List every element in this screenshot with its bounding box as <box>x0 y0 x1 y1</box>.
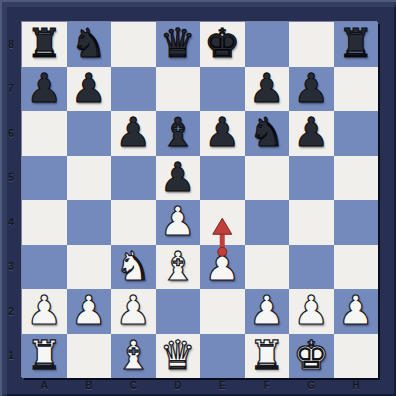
file-label-c: C <box>111 378 156 396</box>
square-f4[interactable] <box>245 200 290 245</box>
file-label-e: E <box>200 378 245 396</box>
square-h7[interactable] <box>334 67 379 112</box>
square-e3[interactable]: ♟ <box>200 245 245 290</box>
square-e1[interactable] <box>200 334 245 379</box>
square-b1[interactable] <box>67 334 112 379</box>
square-c3[interactable]: ♞ <box>111 245 156 290</box>
piece-white-rook[interactable]: ♜ <box>26 335 62 375</box>
square-h1[interactable] <box>334 334 379 379</box>
piece-white-knight[interactable]: ♞ <box>115 246 151 286</box>
square-f5[interactable] <box>245 156 290 201</box>
square-b3[interactable] <box>67 245 112 290</box>
piece-white-pawn[interactable]: ♟ <box>204 246 240 286</box>
piece-white-pawn[interactable]: ♟ <box>338 290 374 330</box>
square-c7[interactable] <box>111 67 156 112</box>
square-g8[interactable] <box>289 22 334 67</box>
piece-white-pawn[interactable]: ♟ <box>71 290 107 330</box>
square-c8[interactable] <box>111 22 156 67</box>
rank-label-6: 6 <box>0 111 22 156</box>
square-d2[interactable] <box>156 289 201 334</box>
square-b8[interactable]: ♞ <box>67 22 112 67</box>
piece-black-pawn[interactable]: ♟ <box>115 112 151 152</box>
file-label-f: F <box>245 378 290 396</box>
square-h5[interactable] <box>334 156 379 201</box>
rank-label-2: 2 <box>0 289 22 334</box>
square-e7[interactable] <box>200 67 245 112</box>
square-a8[interactable]: ♜ <box>22 22 67 67</box>
piece-black-knight[interactable]: ♞ <box>71 23 107 63</box>
piece-white-bishop[interactable]: ♝ <box>115 335 151 375</box>
rank-label-4: 4 <box>0 200 22 245</box>
square-g7[interactable]: ♟ <box>289 67 334 112</box>
square-h6[interactable] <box>334 111 379 156</box>
square-a1[interactable]: ♜ <box>22 334 67 379</box>
square-h3[interactable] <box>334 245 379 290</box>
square-h8[interactable]: ♜ <box>334 22 379 67</box>
square-f7[interactable]: ♟ <box>245 67 290 112</box>
piece-white-pawn[interactable]: ♟ <box>115 290 151 330</box>
piece-black-pawn[interactable]: ♟ <box>293 112 329 152</box>
square-c1[interactable]: ♝ <box>111 334 156 379</box>
square-d4[interactable]: ♟ <box>156 200 201 245</box>
piece-black-pawn[interactable]: ♟ <box>204 112 240 152</box>
square-c4[interactable] <box>111 200 156 245</box>
piece-white-pawn[interactable]: ♟ <box>293 290 329 330</box>
square-g2[interactable]: ♟ <box>289 289 334 334</box>
file-label-g: G <box>289 378 334 396</box>
square-a5[interactable] <box>22 156 67 201</box>
piece-black-pawn[interactable]: ♟ <box>160 157 196 197</box>
piece-black-queen[interactable]: ♛ <box>160 23 196 63</box>
square-a3[interactable] <box>22 245 67 290</box>
file-label-d: D <box>156 378 201 396</box>
square-g4[interactable] <box>289 200 334 245</box>
piece-black-rook[interactable]: ♜ <box>26 23 62 63</box>
square-b6[interactable] <box>67 111 112 156</box>
square-f1[interactable]: ♜ <box>245 334 290 379</box>
piece-white-bishop[interactable]: ♝ <box>160 246 196 286</box>
square-b4[interactable] <box>67 200 112 245</box>
square-a6[interactable] <box>22 111 67 156</box>
rank-label-3: 3 <box>0 245 22 290</box>
piece-black-pawn[interactable]: ♟ <box>249 68 285 108</box>
square-b5[interactable] <box>67 156 112 201</box>
square-f8[interactable] <box>245 22 290 67</box>
square-g5[interactable] <box>289 156 334 201</box>
piece-black-king[interactable]: ♚ <box>204 23 240 63</box>
square-c6[interactable]: ♟ <box>111 111 156 156</box>
file-label-a: A <box>22 378 67 396</box>
file-labels: ABCDEFGH <box>22 378 378 396</box>
square-e4[interactable] <box>200 200 245 245</box>
square-d1[interactable]: ♛ <box>156 334 201 379</box>
piece-black-pawn[interactable]: ♟ <box>293 68 329 108</box>
square-f2[interactable]: ♟ <box>245 289 290 334</box>
square-d8[interactable]: ♛ <box>156 22 201 67</box>
square-e6[interactable]: ♟ <box>200 111 245 156</box>
piece-white-king[interactable]: ♚ <box>293 335 329 375</box>
square-a2[interactable]: ♟ <box>22 289 67 334</box>
square-g3[interactable] <box>289 245 334 290</box>
square-h2[interactable]: ♟ <box>334 289 379 334</box>
chess-board-widget: 87654321 ABCDEFGH ♜♞♛♚♜♟♟♟♟♟♝♟♞♟♟♟♞♝♟♟♟♟… <box>0 0 396 396</box>
square-c2[interactable]: ♟ <box>111 289 156 334</box>
piece-black-rook[interactable]: ♜ <box>338 23 374 63</box>
square-e5[interactable] <box>200 156 245 201</box>
piece-white-pawn[interactable]: ♟ <box>160 201 196 241</box>
piece-black-pawn[interactable]: ♟ <box>71 68 107 108</box>
square-d6[interactable]: ♝ <box>156 111 201 156</box>
square-b2[interactable]: ♟ <box>67 289 112 334</box>
rank-label-5: 5 <box>0 156 22 201</box>
square-g1[interactable]: ♚ <box>289 334 334 379</box>
file-label-b: B <box>67 378 112 396</box>
piece-black-knight[interactable]: ♞ <box>249 112 285 152</box>
piece-black-bishop[interactable]: ♝ <box>160 112 196 152</box>
square-h4[interactable] <box>334 200 379 245</box>
square-d3[interactable]: ♝ <box>156 245 201 290</box>
board: ♜♞♛♚♜♟♟♟♟♟♝♟♞♟♟♟♞♝♟♟♟♟♟♟♟♜♝♛♜♚ <box>22 22 378 378</box>
square-f6[interactable]: ♞ <box>245 111 290 156</box>
file-label-h: H <box>334 378 379 396</box>
square-d5[interactable]: ♟ <box>156 156 201 201</box>
rank-labels: 87654321 <box>0 22 22 378</box>
square-g6[interactable]: ♟ <box>289 111 334 156</box>
piece-white-rook[interactable]: ♜ <box>249 335 285 375</box>
square-d7[interactable] <box>156 67 201 112</box>
square-a4[interactable] <box>22 200 67 245</box>
square-e8[interactable]: ♚ <box>200 22 245 67</box>
square-c5[interactable] <box>111 156 156 201</box>
piece-black-pawn[interactable]: ♟ <box>26 68 62 108</box>
piece-white-pawn[interactable]: ♟ <box>249 290 285 330</box>
square-e2[interactable] <box>200 289 245 334</box>
rank-label-8: 8 <box>0 22 22 67</box>
square-a7[interactable]: ♟ <box>22 67 67 112</box>
rank-label-7: 7 <box>0 67 22 112</box>
piece-white-pawn[interactable]: ♟ <box>26 290 62 330</box>
piece-white-queen[interactable]: ♛ <box>160 335 196 375</box>
square-b7[interactable]: ♟ <box>67 67 112 112</box>
rank-label-1: 1 <box>0 334 22 379</box>
square-f3[interactable] <box>245 245 290 290</box>
